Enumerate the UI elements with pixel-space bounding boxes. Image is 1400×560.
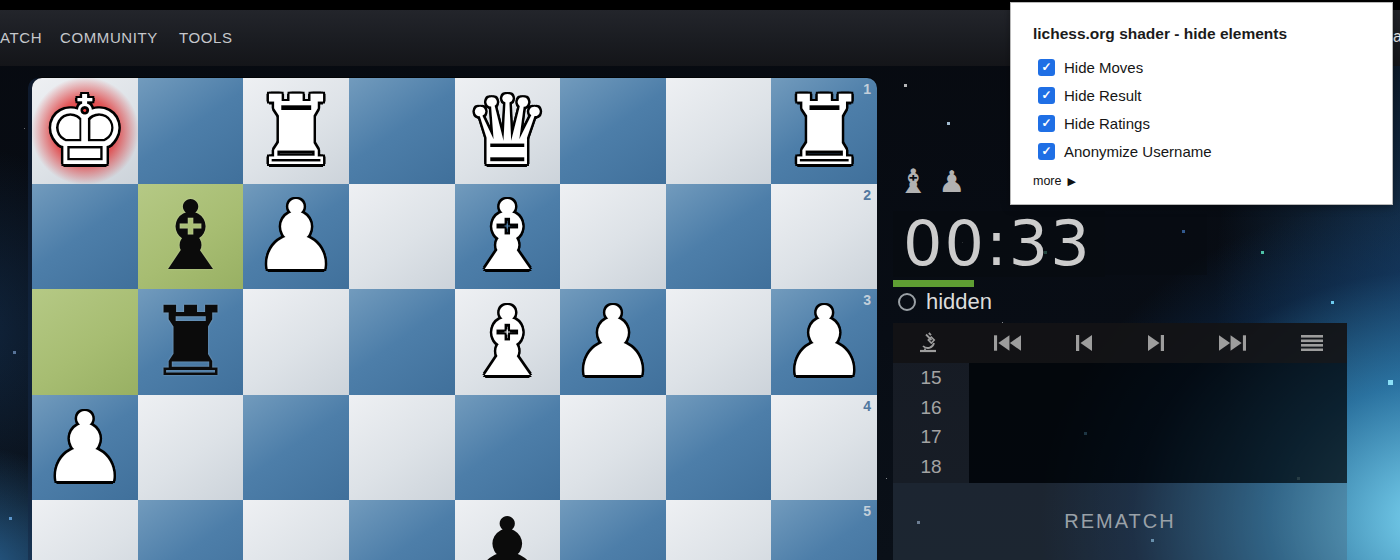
- square-a5[interactable]: 5: [771, 500, 877, 560]
- next-move-button[interactable]: [1147, 335, 1164, 351]
- move-number-16: 16: [893, 393, 969, 423]
- previous-move-button[interactable]: [1076, 335, 1093, 351]
- nav-item-community[interactable]: COMMUNITY: [60, 10, 158, 66]
- square-c4[interactable]: [560, 395, 666, 501]
- square-f2[interactable]: ♟: [243, 184, 349, 290]
- square-h3[interactable]: [32, 289, 138, 395]
- square-a3[interactable]: ♟3: [771, 289, 877, 395]
- last-move-button[interactable]: [1219, 335, 1246, 351]
- nav-item-tools[interactable]: TOOLS: [179, 10, 233, 66]
- square-e2[interactable]: [349, 184, 455, 290]
- move-number-18: 18: [893, 452, 969, 482]
- square-g4[interactable]: [138, 395, 244, 501]
- move-toolbar: [893, 323, 1347, 363]
- square-a2[interactable]: 2: [771, 184, 877, 290]
- captured-pieces-tray: ♝♟: [898, 162, 965, 200]
- white-queen[interactable]: ♛: [464, 83, 550, 179]
- white-king[interactable]: ♚: [42, 83, 128, 179]
- square-b1[interactable]: [666, 78, 772, 184]
- white-bishop[interactable]: ♝: [464, 188, 550, 284]
- first-move-button[interactable]: [994, 335, 1021, 351]
- square-g2[interactable]: ♝: [138, 184, 244, 290]
- move-number-17: 17: [893, 422, 969, 452]
- player-status-icon: [898, 293, 916, 311]
- clock-time: 00:33: [893, 211, 1092, 277]
- square-d2[interactable]: ♝: [455, 184, 561, 290]
- square-c1[interactable]: [560, 78, 666, 184]
- white-bishop[interactable]: ♝: [464, 294, 550, 390]
- white-pawn[interactable]: ♟: [570, 294, 656, 390]
- game-menu-button[interactable]: [1301, 335, 1323, 351]
- hamburger-menu-icon: [1301, 335, 1323, 351]
- square-c5[interactable]: [560, 500, 666, 560]
- white-pawn[interactable]: ♟: [42, 400, 128, 496]
- opponent-player-link[interactable]: hidden: [898, 289, 992, 315]
- square-d3[interactable]: ♝: [455, 289, 561, 395]
- more-label: more: [1033, 174, 1061, 188]
- square-e4[interactable]: [349, 395, 455, 501]
- microscope-icon: [917, 332, 939, 354]
- square-f3[interactable]: [243, 289, 349, 395]
- captured-pawn-icon: ♟: [938, 164, 965, 200]
- rank-label-4: 4: [863, 398, 871, 414]
- square-b5[interactable]: [666, 500, 772, 560]
- square-g3[interactable]: ♜: [138, 289, 244, 395]
- checkbox-row-hide-result[interactable]: ✓Hide Result: [1038, 87, 1392, 104]
- checkbox-checked-icon[interactable]: ✓: [1038, 59, 1055, 76]
- checkbox-checked-icon[interactable]: ✓: [1038, 115, 1055, 132]
- chess-board[interactable]: ♚♜♛♜1♝♟♝2♜♝♟♟3♟4♟5: [32, 78, 877, 560]
- move-list: 15161718: [893, 363, 1347, 483]
- square-c2[interactable]: [560, 184, 666, 290]
- square-b2[interactable]: [666, 184, 772, 290]
- step-back-icon: [1076, 335, 1093, 351]
- black-pawn[interactable]: ♟: [464, 505, 550, 560]
- white-rook[interactable]: ♜: [781, 83, 867, 179]
- rematch-label: REMATCH: [1064, 510, 1175, 533]
- rank-label-2: 2: [863, 187, 871, 203]
- square-a1[interactable]: ♜1: [771, 78, 877, 184]
- move-number-15: 15: [893, 363, 969, 393]
- popup-title: lichess.org shader - hide elements: [1033, 25, 1392, 43]
- square-d5[interactable]: ♟: [455, 500, 561, 560]
- checkbox-row-hide-ratings[interactable]: ✓Hide Ratings: [1038, 115, 1392, 132]
- square-h2[interactable]: [32, 184, 138, 290]
- more-arrow-icon: ▶: [1067, 175, 1075, 188]
- square-e5[interactable]: [349, 500, 455, 560]
- checkbox-row-anonymize-username[interactable]: ✓Anonymize Username: [1038, 143, 1392, 160]
- square-h4[interactable]: ♟: [32, 395, 138, 501]
- move-number-column: 15161718: [893, 363, 969, 483]
- square-e3[interactable]: [349, 289, 455, 395]
- square-f1[interactable]: ♜: [243, 78, 349, 184]
- analysis-board-button[interactable]: [917, 332, 939, 354]
- square-f4[interactable]: [243, 395, 349, 501]
- checkbox-checked-icon[interactable]: ✓: [1038, 87, 1055, 104]
- square-a4[interactable]: 4: [771, 395, 877, 501]
- clock-panel-extension: [1105, 214, 1207, 275]
- black-rook[interactable]: ♜: [147, 294, 233, 390]
- checkbox-row-hide-moves[interactable]: ✓Hide Moves: [1038, 59, 1392, 76]
- rank-label-5: 5: [863, 503, 871, 519]
- checkbox-label: Hide Moves: [1064, 59, 1143, 76]
- clock-progress-bar: [893, 280, 974, 287]
- player-name: hidden: [926, 289, 992, 315]
- white-rook[interactable]: ♜: [253, 83, 339, 179]
- rank-label-1: 1: [863, 81, 871, 97]
- moves-area-hidden: [969, 363, 1347, 483]
- step-forward-icon: [1147, 335, 1164, 351]
- checkbox-label: Hide Result: [1064, 87, 1142, 104]
- white-pawn[interactable]: ♟: [781, 294, 867, 390]
- square-d4[interactable]: [455, 395, 561, 501]
- square-c3[interactable]: ♟: [560, 289, 666, 395]
- shader-extension-popup: lichess.org shader - hide elements ✓Hide…: [1010, 2, 1393, 205]
- square-b3[interactable]: [666, 289, 772, 395]
- opponent-clock: 00:33: [893, 211, 1105, 277]
- square-h5[interactable]: [32, 500, 138, 560]
- square-g5[interactable]: [138, 500, 244, 560]
- nav-edge-partial-text: a: [1393, 28, 1400, 46]
- square-f5[interactable]: [243, 500, 349, 560]
- square-d1[interactable]: ♛: [455, 78, 561, 184]
- black-bishop[interactable]: ♝: [147, 188, 233, 284]
- checkbox-label: Anonymize Username: [1064, 143, 1212, 160]
- captured-bishop-icon: ♝: [898, 162, 928, 200]
- square-g1[interactable]: [138, 78, 244, 184]
- skip-to-last-icon: [1219, 335, 1246, 351]
- rematch-button[interactable]: REMATCH: [893, 483, 1347, 560]
- checkbox-checked-icon[interactable]: ✓: [1038, 143, 1055, 160]
- square-e1[interactable]: [349, 78, 455, 184]
- skip-to-first-icon: [994, 335, 1021, 351]
- nav-item-atch[interactable]: ATCH: [0, 10, 42, 66]
- more-link[interactable]: more ▶: [1033, 174, 1392, 188]
- square-h1[interactable]: ♚: [32, 78, 138, 184]
- checkbox-label: Hide Ratings: [1064, 115, 1150, 132]
- rank-label-3: 3: [863, 292, 871, 308]
- white-pawn[interactable]: ♟: [253, 188, 339, 284]
- square-b4[interactable]: [666, 395, 772, 501]
